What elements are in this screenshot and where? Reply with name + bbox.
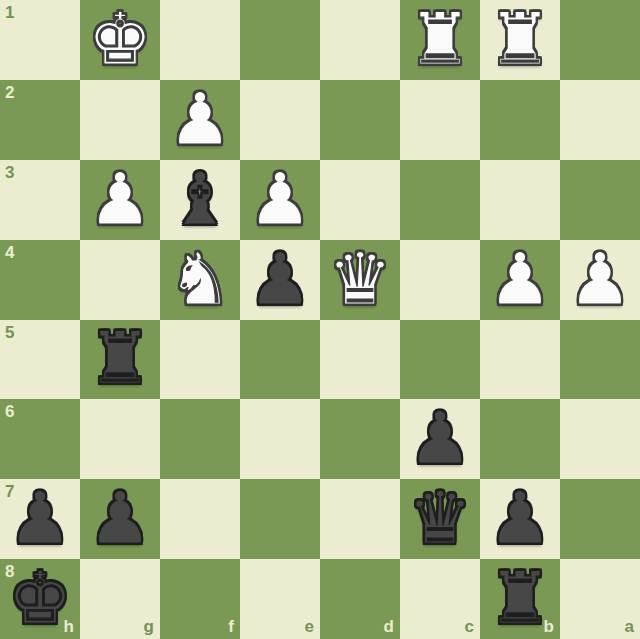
white-rook[interactable]: ♜ [488,3,553,75]
square-g1[interactable]: ♚ [80,0,160,80]
white-pawn[interactable]: ♟ [168,83,233,155]
square-e3[interactable]: ♟ [240,160,320,240]
black-pawn[interactable]: ♟ [248,243,313,315]
square-g4[interactable] [80,240,160,320]
square-c4[interactable] [400,240,480,320]
square-a5[interactable] [560,320,640,400]
square-h8[interactable]: 8h♚ [0,559,80,639]
square-h1[interactable]: 1 [0,0,80,80]
square-f5[interactable] [160,320,240,400]
square-c6[interactable]: ♟ [400,399,480,479]
square-h6[interactable]: 6 [0,399,80,479]
square-b3[interactable] [480,160,560,240]
square-e6[interactable] [240,399,320,479]
square-f3[interactable]: ♝ [160,160,240,240]
square-e4[interactable]: ♟ [240,240,320,320]
square-d2[interactable] [320,80,400,160]
square-d4[interactable]: ♛ [320,240,400,320]
square-f4[interactable]: ♞ [160,240,240,320]
square-f8[interactable]: f [160,559,240,639]
square-f1[interactable] [160,0,240,80]
black-bishop[interactable]: ♝ [168,163,233,235]
black-pawn[interactable]: ♟ [88,482,153,554]
square-f7[interactable] [160,479,240,559]
square-g5[interactable]: ♜ [80,320,160,400]
white-pawn[interactable]: ♟ [568,243,633,315]
square-d3[interactable] [320,160,400,240]
black-pawn[interactable]: ♟ [488,482,553,554]
square-h4[interactable]: 4 [0,240,80,320]
square-h7[interactable]: 7♟ [0,479,80,559]
file-label-a: a [625,618,634,635]
square-a2[interactable] [560,80,640,160]
square-f6[interactable] [160,399,240,479]
square-b5[interactable] [480,320,560,400]
file-label-e: e [305,618,314,635]
black-rook[interactable]: ♜ [488,562,553,634]
square-d1[interactable] [320,0,400,80]
square-d7[interactable] [320,479,400,559]
rank-label-4: 4 [5,244,14,261]
square-h3[interactable]: 3 [0,160,80,240]
file-label-f: f [228,618,234,635]
file-label-g: g [144,618,154,635]
black-pawn[interactable]: ♟ [408,402,473,474]
square-c1[interactable]: ♜ [400,0,480,80]
square-e8[interactable]: e [240,559,320,639]
rank-label-6: 6 [5,403,14,420]
white-pawn[interactable]: ♟ [488,243,553,315]
square-e5[interactable] [240,320,320,400]
square-e2[interactable] [240,80,320,160]
white-queen[interactable]: ♛ [328,243,393,315]
square-d6[interactable] [320,399,400,479]
square-a7[interactable] [560,479,640,559]
square-a4[interactable]: ♟ [560,240,640,320]
white-rook[interactable]: ♜ [408,3,473,75]
rank-label-3: 3 [5,164,14,181]
square-c5[interactable] [400,320,480,400]
square-a3[interactable] [560,160,640,240]
rank-label-2: 2 [5,84,14,101]
file-label-d: d [384,618,394,635]
black-king[interactable]: ♚ [8,562,73,634]
white-king[interactable]: ♚ [88,3,153,75]
white-pawn[interactable]: ♟ [88,163,153,235]
square-g2[interactable] [80,80,160,160]
square-f2[interactable]: ♟ [160,80,240,160]
square-b1[interactable]: ♜ [480,0,560,80]
square-c7[interactable]: ♛ [400,479,480,559]
square-b2[interactable] [480,80,560,160]
square-b8[interactable]: b♜ [480,559,560,639]
square-a1[interactable] [560,0,640,80]
chess-board: 1♚♜♜2♟3♟♝♟4♞♟♛♟♟5♜6♟7♟♟♛♟8h♚gfedcb♜a [0,0,640,639]
square-h2[interactable]: 2 [0,80,80,160]
square-c8[interactable]: c [400,559,480,639]
square-g3[interactable]: ♟ [80,160,160,240]
square-a6[interactable] [560,399,640,479]
square-c2[interactable] [400,80,480,160]
square-e1[interactable] [240,0,320,80]
square-h5[interactable]: 5 [0,320,80,400]
square-g7[interactable]: ♟ [80,479,160,559]
square-d8[interactable]: d [320,559,400,639]
white-knight[interactable]: ♞ [168,243,233,315]
white-pawn[interactable]: ♟ [248,163,313,235]
file-label-c: c [465,618,474,635]
square-d5[interactable] [320,320,400,400]
square-b7[interactable]: ♟ [480,479,560,559]
black-queen[interactable]: ♛ [408,482,473,554]
square-e7[interactable] [240,479,320,559]
square-g6[interactable] [80,399,160,479]
black-rook[interactable]: ♜ [88,322,153,394]
rank-label-5: 5 [5,324,14,341]
square-b6[interactable] [480,399,560,479]
square-g8[interactable]: g [80,559,160,639]
black-pawn[interactable]: ♟ [8,482,73,554]
rank-label-1: 1 [5,4,14,21]
square-c3[interactable] [400,160,480,240]
square-a8[interactable]: a [560,559,640,639]
square-b4[interactable]: ♟ [480,240,560,320]
